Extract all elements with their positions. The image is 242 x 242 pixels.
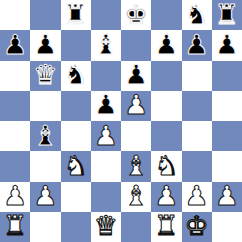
square-b3[interactable] [30,151,60,181]
square-f4[interactable] [151,121,181,151]
square-a5[interactable] [0,91,30,121]
square-f2[interactable]: ♟ [151,182,181,212]
square-g5[interactable] [182,91,212,121]
chess-board-wrapper: ♜♚♞♜♟♟♝♟♟♟♛♞♟♟♟♝♟♞♝♞♟♟♝♟♟♟♜♛♜♚ [0,0,242,242]
square-g4[interactable] [182,121,212,151]
square-e5[interactable]: ♟ [121,91,151,121]
square-f8[interactable] [151,0,181,30]
square-a2[interactable]: ♟ [0,182,30,212]
square-g8[interactable]: ♞ [182,0,212,30]
square-f5[interactable] [151,91,181,121]
square-f3[interactable]: ♞ [151,151,181,181]
black-bishop[interactable]: ♝ [94,31,118,58]
square-h6[interactable] [212,61,242,91]
white-knight[interactable]: ♞ [154,152,178,179]
square-e6[interactable]: ♟ [121,61,151,91]
black-pawn[interactable]: ♟ [33,31,57,58]
square-c1[interactable] [61,212,91,242]
black-pawn[interactable]: ♟ [124,61,148,88]
square-f7[interactable]: ♟ [151,30,181,60]
square-d7[interactable]: ♝ [91,30,121,60]
chess-board: ♜♚♞♜♟♟♝♟♟♟♛♞♟♟♟♝♟♞♝♞♟♟♝♟♟♟♜♛♜♚ [0,0,242,242]
white-pawn[interactable]: ♟ [154,182,178,209]
square-d8[interactable] [91,0,121,30]
white-pawn[interactable]: ♟ [33,182,57,209]
square-h1[interactable] [212,212,242,242]
white-pawn[interactable]: ♟ [185,182,209,209]
square-d6[interactable] [91,61,121,91]
white-pawn[interactable]: ♟ [94,122,118,149]
white-bishop[interactable]: ♝ [124,152,148,179]
square-a1[interactable]: ♜ [0,212,30,242]
square-e8[interactable]: ♚ [121,0,151,30]
square-c7[interactable] [61,30,91,60]
square-g7[interactable]: ♟ [182,30,212,60]
white-pawn[interactable]: ♟ [124,91,148,118]
square-d4[interactable]: ♟ [91,121,121,151]
square-g6[interactable] [182,61,212,91]
white-rook[interactable]: ♜ [3,212,27,239]
square-g1[interactable]: ♚ [182,212,212,242]
square-h5[interactable] [212,91,242,121]
square-e1[interactable] [121,212,151,242]
square-a3[interactable] [0,151,30,181]
white-rook[interactable]: ♜ [154,212,178,239]
square-c3[interactable]: ♞ [61,151,91,181]
square-b1[interactable] [30,212,60,242]
square-e3[interactable]: ♝ [121,151,151,181]
square-h4[interactable] [212,121,242,151]
square-f1[interactable]: ♜ [151,212,181,242]
square-b2[interactable]: ♟ [30,182,60,212]
white-king[interactable]: ♚ [185,212,209,239]
black-pawn[interactable]: ♟ [154,31,178,58]
white-pawn[interactable]: ♟ [215,182,239,209]
square-a6[interactable] [0,61,30,91]
square-d3[interactable] [91,151,121,181]
square-d1[interactable]: ♛ [91,212,121,242]
square-e4[interactable] [121,121,151,151]
black-queen[interactable]: ♛ [33,61,57,88]
white-pawn[interactable]: ♟ [3,182,27,209]
square-c2[interactable] [61,182,91,212]
black-pawn[interactable]: ♟ [3,31,27,58]
square-b6[interactable]: ♛ [30,61,60,91]
square-g3[interactable] [182,151,212,181]
black-pawn[interactable]: ♟ [185,31,209,58]
square-e7[interactable] [121,30,151,60]
square-c4[interactable] [61,121,91,151]
square-c6[interactable]: ♞ [61,61,91,91]
black-bishop[interactable]: ♝ [33,122,57,149]
black-knight[interactable]: ♞ [185,1,209,28]
black-pawn[interactable]: ♟ [215,31,239,58]
square-b4[interactable]: ♝ [30,121,60,151]
black-rook[interactable]: ♜ [64,1,88,28]
square-b7[interactable]: ♟ [30,30,60,60]
square-a8[interactable] [0,0,30,30]
square-c8[interactable]: ♜ [61,0,91,30]
square-h8[interactable]: ♜ [212,0,242,30]
black-knight[interactable]: ♞ [64,61,88,88]
square-e2[interactable]: ♝ [121,182,151,212]
square-b8[interactable] [30,0,60,30]
square-c5[interactable] [61,91,91,121]
black-pawn[interactable]: ♟ [94,91,118,118]
square-a4[interactable] [0,121,30,151]
square-g2[interactable]: ♟ [182,182,212,212]
black-king[interactable]: ♚ [124,1,148,28]
square-a7[interactable]: ♟ [0,30,30,60]
square-d2[interactable] [91,182,121,212]
square-h2[interactable]: ♟ [212,182,242,212]
square-h7[interactable]: ♟ [212,30,242,60]
square-d5[interactable]: ♟ [91,91,121,121]
black-rook[interactable]: ♜ [215,1,239,28]
white-queen[interactable]: ♛ [94,212,118,239]
white-knight[interactable]: ♞ [64,152,88,179]
square-h3[interactable] [212,151,242,181]
square-b5[interactable] [30,91,60,121]
square-f6[interactable] [151,61,181,91]
white-bishop[interactable]: ♝ [124,182,148,209]
